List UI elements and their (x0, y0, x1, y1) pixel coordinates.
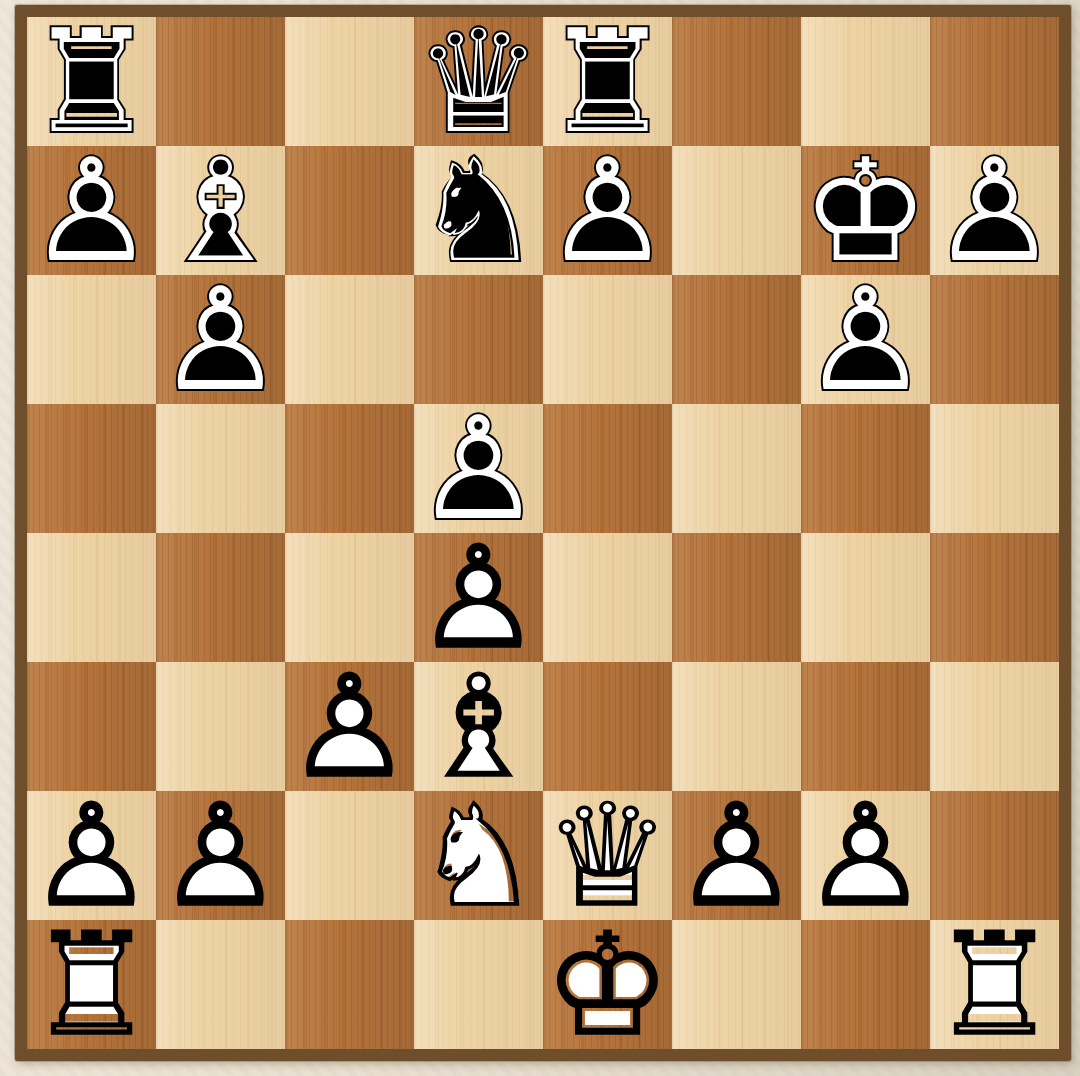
square-g2[interactable]: ♟♙ (801, 791, 930, 920)
piece-glyph-outline: ♖ (543, 17, 672, 146)
piece-glyph-fill: ♜ (930, 920, 1059, 1049)
square-g7[interactable]: ♚♔ (801, 146, 930, 275)
piece-glyph-fill: ♟ (156, 275, 285, 404)
piece-glyph-outline: ♙ (285, 662, 414, 791)
square-h3[interactable] (930, 662, 1059, 791)
piece-white-bishop: ♝♗ (414, 662, 543, 791)
piece-glyph-fill: ♟ (27, 146, 156, 275)
piece-glyph-fill: ♟ (801, 275, 930, 404)
piece-black-rook: ♜♖ (27, 17, 156, 146)
piece-glyph-fill: ♜ (27, 920, 156, 1049)
square-f4[interactable] (672, 533, 801, 662)
piece-glyph-fill: ♟ (156, 791, 285, 920)
piece-glyph-outline: ♖ (27, 17, 156, 146)
piece-white-pawn: ♟♙ (801, 791, 930, 920)
piece-glyph-outline: ♘ (414, 791, 543, 920)
square-c6[interactable] (285, 275, 414, 404)
piece-white-pawn: ♟♙ (156, 791, 285, 920)
square-e3[interactable] (543, 662, 672, 791)
square-f1[interactable] (672, 920, 801, 1049)
piece-glyph-fill: ♞ (414, 146, 543, 275)
piece-glyph-fill: ♝ (414, 662, 543, 791)
piece-glyph-fill: ♚ (801, 146, 930, 275)
square-h1[interactable]: ♜♖ (930, 920, 1059, 1049)
square-a5[interactable] (27, 404, 156, 533)
piece-white-queen: ♛♕ (543, 791, 672, 920)
square-h6[interactable] (930, 275, 1059, 404)
square-g6[interactable]: ♟♙ (801, 275, 930, 404)
square-c8[interactable] (285, 17, 414, 146)
square-h7[interactable]: ♟♙ (930, 146, 1059, 275)
piece-glyph-outline: ♗ (414, 662, 543, 791)
piece-glyph-outline: ♖ (27, 920, 156, 1049)
piece-black-king: ♚♔ (801, 146, 930, 275)
square-b4[interactable] (156, 533, 285, 662)
piece-glyph-outline: ♕ (543, 791, 672, 920)
piece-glyph-outline: ♙ (930, 146, 1059, 275)
piece-glyph-fill: ♟ (414, 404, 543, 533)
piece-white-rook: ♜♖ (27, 920, 156, 1049)
square-b7[interactable]: ♝♗ (156, 146, 285, 275)
square-e2[interactable]: ♛♕ (543, 791, 672, 920)
piece-black-pawn: ♟♙ (930, 146, 1059, 275)
piece-glyph-fill: ♛ (414, 17, 543, 146)
square-c2[interactable] (285, 791, 414, 920)
square-g5[interactable] (801, 404, 930, 533)
piece-glyph-fill: ♟ (414, 533, 543, 662)
square-d3[interactable]: ♝♗ (414, 662, 543, 791)
piece-white-pawn: ♟♙ (285, 662, 414, 791)
square-b8[interactable] (156, 17, 285, 146)
square-h2[interactable] (930, 791, 1059, 920)
square-e7[interactable]: ♟♙ (543, 146, 672, 275)
square-b3[interactable] (156, 662, 285, 791)
square-d7[interactable]: ♞♘ (414, 146, 543, 275)
square-c1[interactable] (285, 920, 414, 1049)
piece-white-rook: ♜♖ (930, 920, 1059, 1049)
piece-black-bishop: ♝♗ (156, 146, 285, 275)
piece-glyph-fill: ♞ (414, 791, 543, 920)
square-a8[interactable]: ♜♖ (27, 17, 156, 146)
square-e8[interactable]: ♜♖ (543, 17, 672, 146)
square-h8[interactable] (930, 17, 1059, 146)
chessboard: ♜♖♛♕♜♖♟♙♝♗♞♘♟♙♚♔♟♙♟♙♟♙♟♙♟♙♟♙♝♗♟♙♟♙♞♘♛♕♟♙… (15, 5, 1071, 1061)
square-c5[interactable] (285, 404, 414, 533)
piece-glyph-outline: ♙ (156, 275, 285, 404)
square-d2[interactable]: ♞♘ (414, 791, 543, 920)
piece-glyph-outline: ♔ (543, 920, 672, 1049)
square-f7[interactable] (672, 146, 801, 275)
square-a7[interactable]: ♟♙ (27, 146, 156, 275)
piece-glyph-fill: ♛ (543, 791, 672, 920)
piece-glyph-outline: ♙ (27, 791, 156, 920)
piece-white-pawn: ♟♙ (27, 791, 156, 920)
piece-black-knight: ♞♘ (414, 146, 543, 275)
square-f6[interactable] (672, 275, 801, 404)
piece-black-pawn: ♟♙ (27, 146, 156, 275)
square-g4[interactable] (801, 533, 930, 662)
page-background: ♜♖♛♕♜♖♟♙♝♗♞♘♟♙♚♔♟♙♟♙♟♙♟♙♟♙♟♙♝♗♟♙♟♙♞♘♛♕♟♙… (0, 0, 1080, 1076)
square-d4[interactable]: ♟♙ (414, 533, 543, 662)
piece-glyph-outline: ♖ (930, 920, 1059, 1049)
square-a3[interactable] (27, 662, 156, 791)
piece-glyph-outline: ♙ (801, 275, 930, 404)
piece-glyph-fill: ♟ (801, 791, 930, 920)
piece-glyph-fill: ♜ (543, 17, 672, 146)
square-a1[interactable]: ♜♖ (27, 920, 156, 1049)
square-f3[interactable] (672, 662, 801, 791)
piece-white-pawn: ♟♙ (672, 791, 801, 920)
piece-white-pawn: ♟♙ (414, 533, 543, 662)
piece-black-pawn: ♟♙ (801, 275, 930, 404)
piece-white-knight: ♞♘ (414, 791, 543, 920)
square-d8[interactable]: ♛♕ (414, 17, 543, 146)
piece-black-pawn: ♟♙ (543, 146, 672, 275)
piece-glyph-fill: ♟ (930, 146, 1059, 275)
piece-glyph-outline: ♙ (156, 791, 285, 920)
piece-glyph-fill: ♝ (156, 146, 285, 275)
piece-white-king: ♚♔ (543, 920, 672, 1049)
piece-black-pawn: ♟♙ (414, 404, 543, 533)
piece-glyph-outline: ♙ (414, 533, 543, 662)
piece-glyph-outline: ♔ (801, 146, 930, 275)
square-b2[interactable]: ♟♙ (156, 791, 285, 920)
chessboard-grid: ♜♖♛♕♜♖♟♙♝♗♞♘♟♙♚♔♟♙♟♙♟♙♟♙♟♙♟♙♝♗♟♙♟♙♞♘♛♕♟♙… (27, 17, 1059, 1049)
square-e4[interactable] (543, 533, 672, 662)
square-b6[interactable]: ♟♙ (156, 275, 285, 404)
piece-glyph-fill: ♟ (543, 146, 672, 275)
square-c3[interactable]: ♟♙ (285, 662, 414, 791)
square-d5[interactable]: ♟♙ (414, 404, 543, 533)
piece-glyph-outline: ♙ (543, 146, 672, 275)
square-e6[interactable] (543, 275, 672, 404)
square-e1[interactable]: ♚♔ (543, 920, 672, 1049)
square-a2[interactable]: ♟♙ (27, 791, 156, 920)
piece-glyph-outline: ♙ (27, 146, 156, 275)
piece-glyph-fill: ♟ (27, 791, 156, 920)
piece-black-queen: ♛♕ (414, 17, 543, 146)
square-c7[interactable] (285, 146, 414, 275)
piece-glyph-fill: ♜ (27, 17, 156, 146)
square-c4[interactable] (285, 533, 414, 662)
piece-glyph-fill: ♟ (672, 791, 801, 920)
piece-black-rook: ♜♖ (543, 17, 672, 146)
piece-glyph-outline: ♕ (414, 17, 543, 146)
square-a4[interactable] (27, 533, 156, 662)
piece-black-pawn: ♟♙ (156, 275, 285, 404)
square-g8[interactable] (801, 17, 930, 146)
piece-glyph-fill: ♚ (543, 920, 672, 1049)
square-g1[interactable] (801, 920, 930, 1049)
square-f5[interactable] (672, 404, 801, 533)
square-f8[interactable] (672, 17, 801, 146)
square-b1[interactable] (156, 920, 285, 1049)
square-f2[interactable]: ♟♙ (672, 791, 801, 920)
piece-glyph-outline: ♙ (801, 791, 930, 920)
square-h5[interactable] (930, 404, 1059, 533)
square-a6[interactable] (27, 275, 156, 404)
square-h4[interactable] (930, 533, 1059, 662)
square-d6[interactable] (414, 275, 543, 404)
piece-glyph-outline: ♙ (672, 791, 801, 920)
piece-glyph-outline: ♘ (414, 146, 543, 275)
piece-glyph-outline: ♙ (414, 404, 543, 533)
piece-glyph-fill: ♟ (285, 662, 414, 791)
square-g3[interactable] (801, 662, 930, 791)
square-d1[interactable] (414, 920, 543, 1049)
piece-glyph-outline: ♗ (156, 146, 285, 275)
square-b5[interactable] (156, 404, 285, 533)
square-e5[interactable] (543, 404, 672, 533)
